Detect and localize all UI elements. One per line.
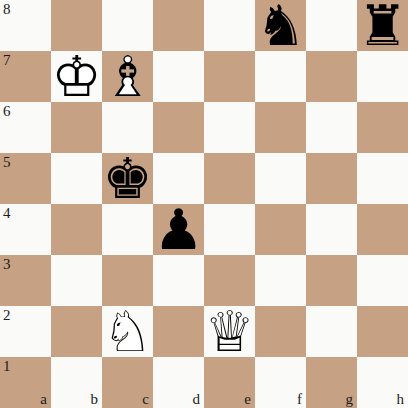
square-h8[interactable]: ♜ bbox=[357, 0, 408, 51]
square-a6[interactable]: 6 bbox=[0, 102, 51, 153]
square-b4[interactable] bbox=[51, 204, 102, 255]
white-king-outline-glyph: ♔ bbox=[51, 51, 102, 102]
white-bishop[interactable]: ♝♗ bbox=[102, 51, 153, 102]
square-b7[interactable]: ♚♔ bbox=[51, 51, 102, 102]
file-label-e: e bbox=[244, 392, 251, 407]
square-g8[interactable] bbox=[306, 0, 357, 51]
square-h1[interactable]: h bbox=[357, 357, 408, 408]
square-d3[interactable] bbox=[153, 255, 204, 306]
square-a3[interactable]: 3 bbox=[0, 255, 51, 306]
square-a8[interactable]: 8 bbox=[0, 0, 51, 51]
rank-label-7: 7 bbox=[3, 53, 11, 68]
square-f3[interactable] bbox=[255, 255, 306, 306]
square-g6[interactable] bbox=[306, 102, 357, 153]
black-rook-glyph: ♜ bbox=[357, 0, 408, 51]
square-g2[interactable] bbox=[306, 306, 357, 357]
black-knight[interactable]: ♞ bbox=[255, 0, 306, 51]
square-h2[interactable] bbox=[357, 306, 408, 357]
chess-board: 8♞♜7♚♔♝♗65♚4♟32♞♘♛♕1abcdefgh bbox=[0, 0, 408, 408]
file-label-h: h bbox=[397, 392, 405, 407]
square-f8[interactable]: ♞ bbox=[255, 0, 306, 51]
square-e8[interactable] bbox=[204, 0, 255, 51]
black-pawn[interactable]: ♟ bbox=[153, 204, 204, 255]
rank-label-2: 2 bbox=[3, 308, 11, 323]
file-label-b: b bbox=[91, 392, 99, 407]
square-g3[interactable] bbox=[306, 255, 357, 306]
square-f6[interactable] bbox=[255, 102, 306, 153]
square-a2[interactable]: 2 bbox=[0, 306, 51, 357]
white-bishop-outline-glyph: ♗ bbox=[102, 51, 153, 102]
chessboard-container: 8♞♜7♚♔♝♗65♚4♟32♞♘♛♕1abcdefgh bbox=[0, 0, 408, 408]
square-h4[interactable] bbox=[357, 204, 408, 255]
square-b3[interactable] bbox=[51, 255, 102, 306]
white-knight-outline-glyph: ♘ bbox=[102, 306, 153, 357]
square-c7[interactable]: ♝♗ bbox=[102, 51, 153, 102]
square-d1[interactable]: d bbox=[153, 357, 204, 408]
square-d7[interactable] bbox=[153, 51, 204, 102]
white-queen-outline-glyph: ♕ bbox=[204, 306, 255, 357]
square-f4[interactable] bbox=[255, 204, 306, 255]
rank-label-3: 3 bbox=[3, 257, 11, 272]
square-h5[interactable] bbox=[357, 153, 408, 204]
rank-label-4: 4 bbox=[3, 206, 11, 221]
square-c4[interactable] bbox=[102, 204, 153, 255]
white-queen[interactable]: ♛♕ bbox=[204, 306, 255, 357]
rank-label-5: 5 bbox=[3, 155, 11, 170]
square-d2[interactable] bbox=[153, 306, 204, 357]
black-king[interactable]: ♚ bbox=[102, 153, 153, 204]
square-c2[interactable]: ♞♘ bbox=[102, 306, 153, 357]
square-d4[interactable]: ♟ bbox=[153, 204, 204, 255]
square-e5[interactable] bbox=[204, 153, 255, 204]
square-b2[interactable] bbox=[51, 306, 102, 357]
square-f2[interactable] bbox=[255, 306, 306, 357]
square-a1[interactable]: 1a bbox=[0, 357, 51, 408]
file-label-a: a bbox=[40, 392, 47, 407]
square-a7[interactable]: 7 bbox=[0, 51, 51, 102]
square-d8[interactable] bbox=[153, 0, 204, 51]
square-a5[interactable]: 5 bbox=[0, 153, 51, 204]
file-label-g: g bbox=[346, 392, 354, 407]
square-e7[interactable] bbox=[204, 51, 255, 102]
black-knight-glyph: ♞ bbox=[255, 0, 306, 51]
square-f7[interactable] bbox=[255, 51, 306, 102]
square-c5[interactable]: ♚ bbox=[102, 153, 153, 204]
file-label-c: c bbox=[142, 392, 149, 407]
square-g4[interactable] bbox=[306, 204, 357, 255]
file-label-f: f bbox=[297, 392, 302, 407]
square-h3[interactable] bbox=[357, 255, 408, 306]
square-g7[interactable] bbox=[306, 51, 357, 102]
rank-label-6: 6 bbox=[3, 104, 11, 119]
square-g5[interactable] bbox=[306, 153, 357, 204]
square-g1[interactable]: g bbox=[306, 357, 357, 408]
rank-label-1: 1 bbox=[3, 359, 11, 374]
square-e2[interactable]: ♛♕ bbox=[204, 306, 255, 357]
square-e4[interactable] bbox=[204, 204, 255, 255]
square-e1[interactable]: e bbox=[204, 357, 255, 408]
square-h7[interactable] bbox=[357, 51, 408, 102]
file-label-d: d bbox=[193, 392, 201, 407]
square-c1[interactable]: c bbox=[102, 357, 153, 408]
square-b1[interactable]: b bbox=[51, 357, 102, 408]
square-a4[interactable]: 4 bbox=[0, 204, 51, 255]
square-f5[interactable] bbox=[255, 153, 306, 204]
square-b6[interactable] bbox=[51, 102, 102, 153]
rank-label-8: 8 bbox=[3, 2, 11, 17]
square-e6[interactable] bbox=[204, 102, 255, 153]
square-h6[interactable] bbox=[357, 102, 408, 153]
black-rook[interactable]: ♜ bbox=[357, 0, 408, 51]
black-pawn-glyph: ♟ bbox=[153, 204, 204, 255]
white-knight[interactable]: ♞♘ bbox=[102, 306, 153, 357]
square-b5[interactable] bbox=[51, 153, 102, 204]
white-king[interactable]: ♚♔ bbox=[51, 51, 102, 102]
square-f1[interactable]: f bbox=[255, 357, 306, 408]
black-king-glyph: ♚ bbox=[102, 153, 153, 204]
square-d6[interactable] bbox=[153, 102, 204, 153]
